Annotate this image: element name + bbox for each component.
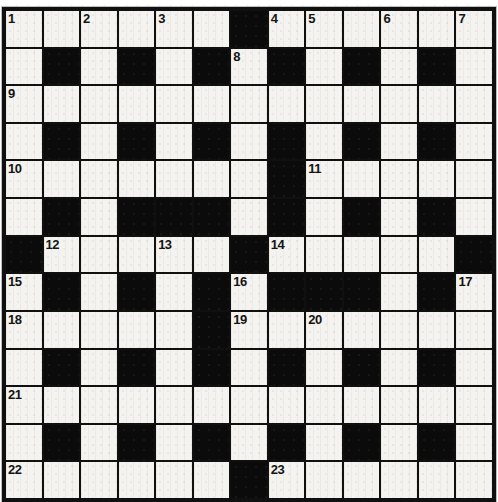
cell-r0c4[interactable]: 3 bbox=[156, 11, 192, 47]
cell-r10c9[interactable] bbox=[344, 387, 380, 423]
cell-r1c0[interactable] bbox=[6, 49, 42, 85]
cell-r8c6[interactable]: 19 bbox=[231, 312, 267, 348]
clue-number-19: 19 bbox=[233, 312, 246, 327]
cell-r9c6[interactable] bbox=[231, 350, 267, 386]
black-cell-r5c11 bbox=[419, 199, 455, 235]
cell-r5c0[interactable] bbox=[6, 199, 42, 235]
cell-r12c12[interactable] bbox=[456, 462, 492, 498]
cell-r7c6[interactable]: 16 bbox=[231, 274, 267, 310]
cell-r4c1[interactable] bbox=[44, 161, 80, 197]
cell-r1c10[interactable] bbox=[381, 49, 417, 85]
cell-r10c6[interactable] bbox=[231, 387, 267, 423]
cell-r6c8[interactable] bbox=[306, 237, 342, 273]
cell-r6c10[interactable] bbox=[381, 237, 417, 273]
cell-r4c8[interactable]: 11 bbox=[306, 161, 342, 197]
cell-r3c8[interactable] bbox=[306, 124, 342, 160]
cell-r4c6[interactable] bbox=[231, 161, 267, 197]
clue-number-20: 20 bbox=[308, 312, 321, 327]
cell-r2c9[interactable] bbox=[344, 86, 380, 122]
clue-number-11: 11 bbox=[308, 161, 321, 176]
cell-r1c2[interactable] bbox=[81, 49, 117, 85]
cell-r2c5[interactable] bbox=[194, 86, 230, 122]
cell-r12c8[interactable] bbox=[306, 462, 342, 498]
cell-r6c2[interactable] bbox=[81, 237, 117, 273]
cell-r4c2[interactable] bbox=[81, 161, 117, 197]
black-cell-r9c11 bbox=[419, 350, 455, 386]
cell-r10c12[interactable] bbox=[456, 387, 492, 423]
black-cell-r1c1 bbox=[44, 49, 80, 85]
black-cell-r9c3 bbox=[119, 350, 155, 386]
cell-r0c1[interactable] bbox=[44, 11, 80, 47]
cell-r5c2[interactable] bbox=[81, 199, 117, 235]
cell-r9c4[interactable] bbox=[156, 350, 192, 386]
cell-r7c12[interactable]: 17 bbox=[456, 274, 492, 310]
cell-r8c7[interactable] bbox=[269, 312, 305, 348]
cell-r4c11[interactable] bbox=[419, 161, 455, 197]
cell-r3c12[interactable] bbox=[456, 124, 492, 160]
cell-r12c5[interactable] bbox=[194, 462, 230, 498]
cell-r7c4[interactable] bbox=[156, 274, 192, 310]
clue-number-15: 15 bbox=[8, 274, 21, 289]
black-cell-r5c5 bbox=[194, 199, 230, 235]
cell-r10c0[interactable]: 21 bbox=[6, 387, 42, 423]
cell-r0c7[interactable]: 4 bbox=[269, 11, 305, 47]
black-cell-r5c3 bbox=[119, 199, 155, 235]
black-cell-r5c4 bbox=[156, 199, 192, 235]
cell-r1c12[interactable] bbox=[456, 49, 492, 85]
cell-r0c9[interactable] bbox=[344, 11, 380, 47]
black-cell-r0c6 bbox=[231, 11, 267, 47]
cell-r2c7[interactable] bbox=[269, 86, 305, 122]
black-cell-r7c3 bbox=[119, 274, 155, 310]
clue-number-2: 2 bbox=[83, 11, 90, 26]
cell-r12c11[interactable] bbox=[419, 462, 455, 498]
cell-r8c1[interactable] bbox=[44, 312, 80, 348]
cell-r2c0[interactable]: 9 bbox=[6, 86, 42, 122]
cell-r2c3[interactable] bbox=[119, 86, 155, 122]
cell-r1c4[interactable] bbox=[156, 49, 192, 85]
black-cell-r5c7 bbox=[269, 199, 305, 235]
cell-r5c6[interactable] bbox=[231, 199, 267, 235]
cell-r7c10[interactable] bbox=[381, 274, 417, 310]
cell-r10c5[interactable] bbox=[194, 387, 230, 423]
cell-r10c8[interactable] bbox=[306, 387, 342, 423]
black-cell-r9c5 bbox=[194, 350, 230, 386]
clue-number-1: 1 bbox=[8, 11, 15, 26]
clue-number-5: 5 bbox=[308, 11, 315, 26]
black-cell-r11c7 bbox=[269, 425, 305, 461]
black-cell-r11c9 bbox=[344, 425, 380, 461]
cell-r6c1[interactable]: 12 bbox=[44, 237, 80, 273]
clue-number-12: 12 bbox=[46, 237, 59, 252]
cell-r11c2[interactable] bbox=[81, 425, 117, 461]
cell-r3c0[interactable] bbox=[6, 124, 42, 160]
clue-number-10: 10 bbox=[8, 161, 21, 176]
clue-number-6: 6 bbox=[383, 11, 390, 26]
cell-r6c9[interactable] bbox=[344, 237, 380, 273]
cell-r2c11[interactable] bbox=[419, 86, 455, 122]
cell-r10c10[interactable] bbox=[381, 387, 417, 423]
black-cell-r7c9 bbox=[344, 274, 380, 310]
cell-r6c11[interactable] bbox=[419, 237, 455, 273]
cell-r1c8[interactable] bbox=[306, 49, 342, 85]
cell-r10c3[interactable] bbox=[119, 387, 155, 423]
clue-number-21: 21 bbox=[8, 387, 21, 402]
cell-r2c12[interactable] bbox=[456, 86, 492, 122]
black-cell-r9c7 bbox=[269, 350, 305, 386]
cell-r8c4[interactable] bbox=[156, 312, 192, 348]
clue-number-17: 17 bbox=[458, 274, 471, 289]
crossword-page: 1234567891011121314151617181920212223 bbox=[0, 0, 498, 502]
cell-r4c0[interactable]: 10 bbox=[6, 161, 42, 197]
black-cell-r1c3 bbox=[119, 49, 155, 85]
cell-r10c4[interactable] bbox=[156, 387, 192, 423]
cell-r4c4[interactable] bbox=[156, 161, 192, 197]
cell-r2c10[interactable] bbox=[381, 86, 417, 122]
clue-number-8: 8 bbox=[233, 49, 240, 64]
cell-r6c5[interactable] bbox=[194, 237, 230, 273]
black-cell-r3c7 bbox=[269, 124, 305, 160]
cell-r0c0[interactable]: 1 bbox=[6, 11, 42, 47]
black-cell-r3c11 bbox=[419, 124, 455, 160]
cell-r12c0[interactable]: 22 bbox=[6, 462, 42, 498]
cell-r2c2[interactable] bbox=[81, 86, 117, 122]
black-cell-r1c11 bbox=[419, 49, 455, 85]
cell-r8c12[interactable] bbox=[456, 312, 492, 348]
cell-r7c0[interactable]: 15 bbox=[6, 274, 42, 310]
cell-r0c5[interactable] bbox=[194, 11, 230, 47]
black-cell-r6c12 bbox=[456, 237, 492, 273]
black-cell-r5c1 bbox=[44, 199, 80, 235]
black-cell-r3c9 bbox=[344, 124, 380, 160]
cell-r4c10[interactable] bbox=[381, 161, 417, 197]
black-cell-r5c9 bbox=[344, 199, 380, 235]
clue-number-16: 16 bbox=[233, 274, 246, 289]
clue-number-3: 3 bbox=[158, 11, 165, 26]
black-cell-r7c5 bbox=[194, 274, 230, 310]
cell-r11c0[interactable] bbox=[6, 425, 42, 461]
cell-r11c12[interactable] bbox=[456, 425, 492, 461]
cell-r8c2[interactable] bbox=[81, 312, 117, 348]
cell-r0c3[interactable] bbox=[119, 11, 155, 47]
clue-number-7: 7 bbox=[458, 11, 465, 26]
cell-r5c10[interactable] bbox=[381, 199, 417, 235]
cell-r11c4[interactable] bbox=[156, 425, 192, 461]
black-cell-r7c8 bbox=[306, 274, 342, 310]
cell-r12c7[interactable]: 23 bbox=[269, 462, 305, 498]
clue-number-23: 23 bbox=[271, 462, 284, 477]
cell-r9c12[interactable] bbox=[456, 350, 492, 386]
cell-r11c6[interactable] bbox=[231, 425, 267, 461]
cell-r12c2[interactable] bbox=[81, 462, 117, 498]
cell-r0c2[interactable]: 2 bbox=[81, 11, 117, 47]
black-cell-r6c6 bbox=[231, 237, 267, 273]
cell-r8c8[interactable]: 20 bbox=[306, 312, 342, 348]
clue-number-22: 22 bbox=[8, 462, 21, 477]
cell-r2c4[interactable] bbox=[156, 86, 192, 122]
cell-r9c10[interactable] bbox=[381, 350, 417, 386]
cell-r3c6[interactable] bbox=[231, 124, 267, 160]
cell-r0c12[interactable]: 7 bbox=[456, 11, 492, 47]
black-cell-r11c1 bbox=[44, 425, 80, 461]
cell-r5c12[interactable] bbox=[456, 199, 492, 235]
cell-r12c1[interactable] bbox=[44, 462, 80, 498]
cell-r12c4[interactable] bbox=[156, 462, 192, 498]
cell-r9c8[interactable] bbox=[306, 350, 342, 386]
cell-r3c4[interactable] bbox=[156, 124, 192, 160]
cell-r8c10[interactable] bbox=[381, 312, 417, 348]
cell-r12c9[interactable] bbox=[344, 462, 380, 498]
cell-r6c3[interactable] bbox=[119, 237, 155, 273]
cell-r2c6[interactable] bbox=[231, 86, 267, 122]
black-cell-r1c7 bbox=[269, 49, 305, 85]
crossword-board: 1234567891011121314151617181920212223 bbox=[2, 7, 496, 502]
clue-number-18: 18 bbox=[8, 312, 21, 327]
cell-r9c2[interactable] bbox=[81, 350, 117, 386]
cell-r0c11[interactable] bbox=[419, 11, 455, 47]
cell-r2c1[interactable] bbox=[44, 86, 80, 122]
clue-number-4: 4 bbox=[271, 11, 278, 26]
black-cell-r7c1 bbox=[44, 274, 80, 310]
cell-r2c8[interactable] bbox=[306, 86, 342, 122]
cell-r0c10[interactable]: 6 bbox=[381, 11, 417, 47]
black-cell-r7c7 bbox=[269, 274, 305, 310]
cell-r12c10[interactable] bbox=[381, 462, 417, 498]
cell-r9c0[interactable] bbox=[6, 350, 42, 386]
black-cell-r3c3 bbox=[119, 124, 155, 160]
black-cell-r11c11 bbox=[419, 425, 455, 461]
cell-r6c4[interactable]: 13 bbox=[156, 237, 192, 273]
cell-r8c3[interactable] bbox=[119, 312, 155, 348]
black-cell-r8c5 bbox=[194, 312, 230, 348]
black-cell-r9c1 bbox=[44, 350, 80, 386]
cell-r3c10[interactable] bbox=[381, 124, 417, 160]
clue-number-9: 9 bbox=[8, 86, 15, 101]
cell-r8c9[interactable] bbox=[344, 312, 380, 348]
cell-r4c5[interactable] bbox=[194, 161, 230, 197]
black-cell-r6c0 bbox=[6, 237, 42, 273]
black-cell-r1c9 bbox=[344, 49, 380, 85]
cell-r0c8[interactable]: 5 bbox=[306, 11, 342, 47]
black-cell-r4c7 bbox=[269, 161, 305, 197]
black-cell-r11c5 bbox=[194, 425, 230, 461]
cell-r3c2[interactable] bbox=[81, 124, 117, 160]
cell-r10c2[interactable] bbox=[81, 387, 117, 423]
cell-r8c0[interactable]: 18 bbox=[6, 312, 42, 348]
black-cell-r1c5 bbox=[194, 49, 230, 85]
cell-r4c12[interactable] bbox=[456, 161, 492, 197]
cell-r5c8[interactable] bbox=[306, 199, 342, 235]
cell-r10c1[interactable] bbox=[44, 387, 80, 423]
cell-r4c9[interactable] bbox=[344, 161, 380, 197]
cell-r12c3[interactable] bbox=[119, 462, 155, 498]
cell-r4c3[interactable] bbox=[119, 161, 155, 197]
cell-r10c11[interactable] bbox=[419, 387, 455, 423]
cell-r1c6[interactable]: 8 bbox=[231, 49, 267, 85]
black-cell-r11c3 bbox=[119, 425, 155, 461]
black-cell-r7c11 bbox=[419, 274, 455, 310]
cell-r8c11[interactable] bbox=[419, 312, 455, 348]
black-cell-r3c5 bbox=[194, 124, 230, 160]
clue-number-14: 14 bbox=[271, 237, 284, 252]
black-cell-r9c9 bbox=[344, 350, 380, 386]
black-cell-r3c1 bbox=[44, 124, 80, 160]
cell-r11c10[interactable] bbox=[381, 425, 417, 461]
clue-number-13: 13 bbox=[158, 237, 171, 252]
cell-r10c7[interactable] bbox=[269, 387, 305, 423]
black-cell-r12c6 bbox=[231, 462, 267, 498]
cell-r11c8[interactable] bbox=[306, 425, 342, 461]
cell-r6c7[interactable]: 14 bbox=[269, 237, 305, 273]
cell-r7c2[interactable] bbox=[81, 274, 117, 310]
